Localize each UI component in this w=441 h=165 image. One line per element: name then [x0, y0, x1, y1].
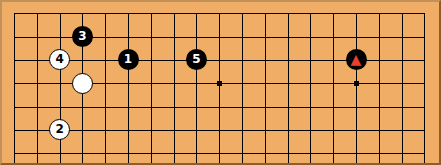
- stone-move-number: 3: [78, 26, 86, 47]
- go-stone-black-3[interactable]: 3: [72, 26, 93, 47]
- go-stone-white[interactable]: [72, 73, 93, 94]
- go-stone-white-2[interactable]: 2: [49, 119, 70, 140]
- star-point: [217, 81, 222, 86]
- stone-move-number: 1: [124, 49, 132, 70]
- grid-line-horizontal: [14, 130, 425, 131]
- stone-move-number: 5: [192, 49, 200, 70]
- go-stone-black-1[interactable]: 1: [118, 49, 139, 70]
- go-stone-white-4[interactable]: 4: [49, 49, 70, 70]
- star-point: [354, 81, 359, 86]
- go-diagram-frame: 3415▲2: [0, 0, 441, 165]
- go-stone-black-5[interactable]: 5: [186, 49, 207, 70]
- go-stone-black-triangle[interactable]: ▲: [346, 49, 367, 70]
- stone-move-number: 2: [55, 119, 63, 140]
- grid-line-horizontal: [14, 13, 425, 14]
- grid-line-horizontal: [14, 153, 425, 154]
- stone-move-number: 4: [55, 49, 63, 70]
- grid-line-horizontal: [14, 107, 425, 108]
- go-board: 3415▲2: [2, 2, 439, 163]
- triangle-mark-icon: ▲: [351, 49, 362, 70]
